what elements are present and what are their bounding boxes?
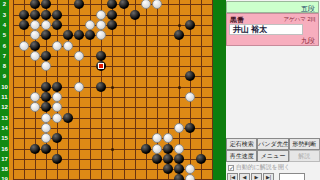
row-coordinate-label: 10 <box>0 84 9 91</box>
board-grid-line <box>124 0 125 180</box>
black-stone <box>163 144 173 154</box>
button-row-1: 定石検索 パンダ先生 形勢判断 <box>226 138 320 150</box>
left-coordinate-strip: 12345678910111213141516171819 <box>0 0 9 180</box>
row-coordinate-label: 16 <box>0 146 9 153</box>
black-stone <box>174 30 184 40</box>
white-stone <box>30 102 40 112</box>
white-stone <box>30 51 40 61</box>
white-stone <box>152 0 162 9</box>
row-coordinate-label: 15 <box>0 135 9 142</box>
board-grid-line <box>68 0 69 180</box>
star-point <box>178 86 181 89</box>
board-grid-line <box>135 0 136 180</box>
black-stone <box>41 0 51 9</box>
row-coordinate-label: 13 <box>0 115 9 122</box>
white-stone <box>96 10 106 20</box>
commentary-button[interactable]: 解説 <box>289 150 320 162</box>
playback-first-button[interactable]: |◀ <box>227 173 238 180</box>
row-coordinate-label: 14 <box>0 125 9 132</box>
last-move-marker <box>98 63 104 69</box>
black-stone <box>19 20 29 30</box>
move-number-box[interactable] <box>279 173 305 180</box>
black-stone <box>63 113 73 123</box>
black-stone <box>141 144 151 154</box>
white-stone <box>52 113 62 123</box>
white-stone <box>41 123 51 133</box>
black-stone <box>41 10 51 20</box>
white-stone <box>30 30 40 40</box>
white-stone <box>19 41 29 51</box>
black-stone <box>119 0 129 9</box>
captures-count: アゲハマ 2目 <box>283 16 316 23</box>
white-stone <box>141 0 151 9</box>
black-stone <box>30 10 40 20</box>
playback-speed-button[interactable]: 再生速度 <box>226 150 257 162</box>
white-stone <box>41 61 51 71</box>
row-coordinate-label: 4 <box>0 22 9 29</box>
black-player-rank: 九段 <box>301 36 315 46</box>
black-stone <box>152 154 162 164</box>
white-stone <box>52 102 62 112</box>
black-stone <box>85 30 95 40</box>
row-coordinate-label: 6 <box>0 43 9 50</box>
row-coordinate-label: 8 <box>0 63 9 70</box>
go-app-window: 12345678910111213141516171819 五段 黒番 アゲハマ… <box>0 0 320 180</box>
board-grid-line <box>13 76 213 77</box>
white-stone <box>41 133 51 143</box>
row-coordinate-label: 5 <box>0 32 9 39</box>
white-player-bar: 五段 <box>226 1 319 13</box>
white-stone <box>174 123 184 133</box>
auto-commentary-checkbox[interactable]: ✓ <box>228 165 234 171</box>
white-stone <box>74 82 84 92</box>
black-stone <box>52 20 62 30</box>
black-stone <box>74 0 84 9</box>
black-stone <box>74 30 84 40</box>
black-player-box: 黒番 アゲハマ 2目 井山 裕太 九段 <box>226 13 319 46</box>
white-stone <box>52 41 62 51</box>
auto-commentary-row: ✓ 自動的に解説を開く <box>228 163 320 172</box>
white-stone <box>152 133 162 143</box>
row-coordinate-label: 17 <box>0 156 9 163</box>
star-point <box>178 24 181 27</box>
black-stone <box>107 10 117 20</box>
white-stone <box>163 133 173 143</box>
black-stone <box>41 51 51 61</box>
black-stone <box>174 174 184 180</box>
black-stone <box>52 10 62 20</box>
black-stone <box>96 51 106 61</box>
row-coordinate-label: 18 <box>0 166 9 173</box>
black-stone <box>30 0 40 9</box>
side-panel: 五段 黒番 アゲハマ 2目 井山 裕太 九段 定石検索 パンダ先生 形勢判断 再… <box>226 0 320 180</box>
white-stone <box>96 20 106 30</box>
black-stone <box>107 0 117 9</box>
white-stone <box>30 92 40 102</box>
black-stone <box>41 82 51 92</box>
board-grid-line <box>13 0 14 180</box>
white-stone <box>52 92 62 102</box>
button-row-2: 再生速度 メニュー 解説 <box>226 150 320 162</box>
row-coordinate-label: 12 <box>0 104 9 111</box>
black-stone <box>185 71 195 81</box>
black-stone <box>185 123 195 133</box>
white-stone <box>152 144 162 154</box>
row-coordinate-label: 19 <box>0 176 9 180</box>
black-stone <box>52 133 62 143</box>
black-stone <box>63 30 73 40</box>
go-board[interactable] <box>9 0 213 180</box>
white-stone <box>85 20 95 30</box>
black-stone <box>107 20 117 30</box>
black-stone <box>52 82 62 92</box>
white-stone <box>185 92 195 102</box>
black-stone <box>41 144 51 154</box>
black-stone <box>174 164 184 174</box>
auto-commentary-label: 自動的に解説を開く <box>236 164 290 170</box>
black-stone <box>163 164 173 174</box>
row-coordinate-label: 3 <box>0 12 9 19</box>
row-coordinate-label: 9 <box>0 73 9 80</box>
playback-last-button[interactable]: ▶| <box>263 173 274 180</box>
white-stone <box>41 20 51 30</box>
white-stone <box>30 20 40 30</box>
white-stone <box>63 41 73 51</box>
black-stone <box>30 144 40 154</box>
black-stone <box>174 154 184 164</box>
white-stone <box>174 144 184 154</box>
black-stone <box>96 82 106 92</box>
playback-prev-button[interactable]: ◀ <box>239 173 250 180</box>
black-stone <box>41 102 51 112</box>
playback-controls: |◀◀▶▶| <box>227 173 320 180</box>
black-stone <box>130 10 140 20</box>
white-stone <box>96 30 106 40</box>
row-coordinate-label: 7 <box>0 53 9 60</box>
menu-button[interactable]: メニュー <box>257 150 288 162</box>
black-stone <box>30 41 40 51</box>
board-grid-line <box>13 46 213 47</box>
white-stone <box>185 174 195 180</box>
panda-teacher-button[interactable]: パンダ先生 <box>257 138 288 150</box>
black-stone <box>19 10 29 20</box>
black-stone <box>185 20 195 30</box>
position-judge-button[interactable]: 形勢判断 <box>289 138 320 150</box>
black-stone <box>163 154 173 164</box>
row-coordinate-label: 2 <box>0 1 9 8</box>
playback-next-button[interactable]: ▶ <box>251 173 262 180</box>
black-stone <box>52 154 62 164</box>
row-coordinate-label: 11 <box>0 94 9 101</box>
black-stone <box>41 30 51 40</box>
white-stone <box>41 113 51 123</box>
white-stone <box>74 51 84 61</box>
black-stone <box>41 92 51 102</box>
right-board-border <box>213 0 226 180</box>
joseki-search-button[interactable]: 定石検索 <box>226 138 257 150</box>
black-stone <box>196 154 206 164</box>
white-stone <box>185 164 195 174</box>
black-player-name: 井山 裕太 <box>229 24 303 35</box>
